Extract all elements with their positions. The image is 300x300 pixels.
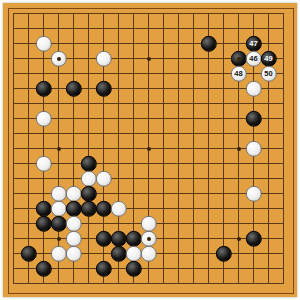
- intersection[interactable]: [171, 171, 186, 186]
- intersection[interactable]: [156, 126, 171, 141]
- intersection[interactable]: [21, 111, 36, 126]
- intersection[interactable]: [186, 51, 201, 66]
- intersection[interactable]: [276, 66, 291, 81]
- white-stone[interactable]: [50, 245, 66, 261]
- intersection[interactable]: [216, 111, 231, 126]
- intersection[interactable]: [276, 231, 291, 246]
- white-stone[interactable]: [95, 50, 111, 66]
- intersection[interactable]: [96, 201, 111, 216]
- intersection[interactable]: [261, 21, 276, 36]
- intersection[interactable]: [276, 141, 291, 156]
- intersection[interactable]: [66, 171, 81, 186]
- intersection[interactable]: [186, 201, 201, 216]
- intersection[interactable]: [141, 171, 156, 186]
- intersection[interactable]: [111, 111, 126, 126]
- intersection[interactable]: [21, 216, 36, 231]
- intersection[interactable]: [276, 81, 291, 96]
- intersection[interactable]: [6, 51, 21, 66]
- intersection[interactable]: [81, 66, 96, 81]
- intersection[interactable]: [261, 261, 276, 276]
- intersection[interactable]: [51, 156, 66, 171]
- intersection[interactable]: [36, 36, 51, 51]
- intersection[interactable]: [216, 156, 231, 171]
- intersection[interactable]: [126, 231, 141, 246]
- intersection[interactable]: [111, 261, 126, 276]
- intersection[interactable]: [51, 36, 66, 51]
- intersection[interactable]: 48: [231, 66, 246, 81]
- white-stone[interactable]: [125, 245, 141, 261]
- intersection[interactable]: [231, 246, 246, 261]
- intersection[interactable]: [201, 126, 216, 141]
- intersection[interactable]: [276, 186, 291, 201]
- intersection[interactable]: [66, 6, 81, 21]
- intersection[interactable]: [21, 186, 36, 201]
- intersection[interactable]: [141, 66, 156, 81]
- intersection[interactable]: [246, 66, 261, 81]
- intersection[interactable]: [81, 126, 96, 141]
- white-stone[interactable]: [65, 185, 81, 201]
- intersection[interactable]: [96, 126, 111, 141]
- intersection[interactable]: [216, 21, 231, 36]
- intersection[interactable]: [51, 81, 66, 96]
- intersection[interactable]: [141, 201, 156, 216]
- intersection[interactable]: [216, 261, 231, 276]
- intersection[interactable]: [126, 111, 141, 126]
- intersection[interactable]: [216, 276, 231, 291]
- black-stone-move-49[interactable]: 49: [260, 50, 276, 66]
- intersection[interactable]: [81, 156, 96, 171]
- intersection[interactable]: [141, 81, 156, 96]
- intersection[interactable]: [66, 216, 81, 231]
- white-stone-move-48[interactable]: 48: [230, 65, 246, 81]
- intersection[interactable]: [96, 66, 111, 81]
- intersection[interactable]: [141, 276, 156, 291]
- intersection[interactable]: [171, 6, 186, 21]
- intersection[interactable]: [51, 246, 66, 261]
- intersection[interactable]: [261, 216, 276, 231]
- intersection[interactable]: [66, 126, 81, 141]
- black-stone[interactable]: [50, 215, 66, 231]
- intersection[interactable]: [201, 186, 216, 201]
- black-stone[interactable]: [35, 260, 51, 276]
- intersection[interactable]: [36, 261, 51, 276]
- intersection[interactable]: [276, 276, 291, 291]
- intersection[interactable]: [171, 186, 186, 201]
- intersection[interactable]: [171, 96, 186, 111]
- intersection[interactable]: [186, 6, 201, 21]
- black-stone[interactable]: [95, 80, 111, 96]
- black-stone[interactable]: [80, 200, 96, 216]
- intersection[interactable]: [201, 21, 216, 36]
- intersection[interactable]: [231, 36, 246, 51]
- intersection[interactable]: [171, 216, 186, 231]
- intersection[interactable]: [276, 6, 291, 21]
- intersection[interactable]: [66, 66, 81, 81]
- intersection[interactable]: [246, 81, 261, 96]
- black-stone[interactable]: [110, 245, 126, 261]
- intersection[interactable]: [246, 231, 261, 246]
- intersection[interactable]: [186, 66, 201, 81]
- intersection[interactable]: [81, 246, 96, 261]
- intersection[interactable]: [231, 156, 246, 171]
- intersection[interactable]: [171, 141, 186, 156]
- white-stone-move-50[interactable]: 50: [260, 65, 276, 81]
- intersection[interactable]: [186, 186, 201, 201]
- white-stone[interactable]: [245, 80, 261, 96]
- intersection[interactable]: [156, 201, 171, 216]
- intersection[interactable]: [246, 126, 261, 141]
- intersection[interactable]: [66, 141, 81, 156]
- black-stone[interactable]: [80, 155, 96, 171]
- intersection[interactable]: [51, 216, 66, 231]
- intersection[interactable]: [36, 96, 51, 111]
- intersection[interactable]: [81, 6, 96, 21]
- intersection[interactable]: [186, 276, 201, 291]
- intersection[interactable]: [231, 111, 246, 126]
- black-stone[interactable]: [35, 80, 51, 96]
- intersection[interactable]: [51, 276, 66, 291]
- white-stone[interactable]: [35, 110, 51, 126]
- white-stone[interactable]: [95, 170, 111, 186]
- intersection[interactable]: [156, 6, 171, 21]
- intersection[interactable]: [126, 66, 141, 81]
- intersection[interactable]: [36, 276, 51, 291]
- intersection[interactable]: [6, 141, 21, 156]
- white-stone-move-46[interactable]: 46: [245, 50, 261, 66]
- intersection[interactable]: [81, 141, 96, 156]
- intersection[interactable]: [96, 36, 111, 51]
- intersection[interactable]: [111, 21, 126, 36]
- intersection[interactable]: [51, 96, 66, 111]
- intersection[interactable]: [156, 156, 171, 171]
- intersection[interactable]: [186, 231, 201, 246]
- intersection[interactable]: [36, 21, 51, 36]
- intersection[interactable]: [276, 96, 291, 111]
- intersection[interactable]: [156, 141, 171, 156]
- intersection[interactable]: [261, 201, 276, 216]
- intersection[interactable]: [66, 51, 81, 66]
- intersection[interactable]: [96, 81, 111, 96]
- intersection[interactable]: [171, 231, 186, 246]
- intersection[interactable]: [231, 171, 246, 186]
- intersection[interactable]: [51, 171, 66, 186]
- intersection[interactable]: [96, 21, 111, 36]
- intersection[interactable]: [126, 81, 141, 96]
- intersection[interactable]: [201, 141, 216, 156]
- intersection[interactable]: [21, 246, 36, 261]
- intersection[interactable]: [126, 261, 141, 276]
- intersection[interactable]: [216, 171, 231, 186]
- intersection[interactable]: [261, 171, 276, 186]
- intersection[interactable]: [261, 36, 276, 51]
- intersection[interactable]: [111, 66, 126, 81]
- intersection[interactable]: [111, 171, 126, 186]
- intersection[interactable]: [21, 201, 36, 216]
- intersection[interactable]: [171, 81, 186, 96]
- intersection[interactable]: [66, 276, 81, 291]
- intersection[interactable]: [96, 246, 111, 261]
- white-stone[interactable]: [50, 200, 66, 216]
- intersection[interactable]: [21, 141, 36, 156]
- intersection[interactable]: [186, 156, 201, 171]
- intersection[interactable]: [201, 171, 216, 186]
- intersection[interactable]: [81, 36, 96, 51]
- intersection[interactable]: [171, 156, 186, 171]
- intersection[interactable]: [96, 171, 111, 186]
- intersection[interactable]: [51, 6, 66, 21]
- intersection[interactable]: [6, 246, 21, 261]
- intersection[interactable]: [66, 36, 81, 51]
- intersection[interactable]: [126, 156, 141, 171]
- intersection[interactable]: [111, 231, 126, 246]
- intersection[interactable]: [6, 36, 21, 51]
- intersection[interactable]: [261, 246, 276, 261]
- white-stone[interactable]: [140, 245, 156, 261]
- intersection[interactable]: [66, 261, 81, 276]
- intersection[interactable]: [201, 216, 216, 231]
- intersection[interactable]: [36, 66, 51, 81]
- intersection[interactable]: [156, 246, 171, 261]
- intersection[interactable]: [21, 231, 36, 246]
- go-board[interactable]: 4746494850: [3, 3, 297, 297]
- intersection[interactable]: [246, 156, 261, 171]
- intersection[interactable]: [111, 6, 126, 21]
- intersection[interactable]: 49: [261, 51, 276, 66]
- intersection[interactable]: [201, 261, 216, 276]
- intersection[interactable]: [201, 201, 216, 216]
- intersection[interactable]: [186, 126, 201, 141]
- intersection[interactable]: [261, 96, 276, 111]
- intersection[interactable]: [126, 126, 141, 141]
- intersection[interactable]: [171, 276, 186, 291]
- intersection[interactable]: [186, 246, 201, 261]
- intersection[interactable]: [261, 231, 276, 246]
- intersection[interactable]: [126, 201, 141, 216]
- intersection[interactable]: [6, 111, 21, 126]
- white-stone[interactable]: [245, 140, 261, 156]
- intersection[interactable]: [66, 246, 81, 261]
- intersection[interactable]: [81, 276, 96, 291]
- intersection[interactable]: [96, 261, 111, 276]
- intersection[interactable]: [81, 111, 96, 126]
- intersection[interactable]: [171, 111, 186, 126]
- white-stone[interactable]: [35, 155, 51, 171]
- intersection[interactable]: [81, 96, 96, 111]
- intersection[interactable]: [81, 261, 96, 276]
- intersection[interactable]: [276, 36, 291, 51]
- intersection[interactable]: [126, 96, 141, 111]
- intersection[interactable]: [231, 201, 246, 216]
- white-stone[interactable]: [65, 245, 81, 261]
- intersection[interactable]: [201, 96, 216, 111]
- intersection[interactable]: [66, 201, 81, 216]
- white-stone[interactable]: [140, 215, 156, 231]
- intersection[interactable]: [36, 81, 51, 96]
- intersection[interactable]: [96, 96, 111, 111]
- white-stone[interactable]: [35, 35, 51, 51]
- intersection[interactable]: [156, 66, 171, 81]
- intersection[interactable]: [36, 231, 51, 246]
- intersection[interactable]: [276, 156, 291, 171]
- intersection[interactable]: [156, 261, 171, 276]
- intersection[interactable]: [6, 81, 21, 96]
- intersection[interactable]: [231, 276, 246, 291]
- intersection[interactable]: [141, 246, 156, 261]
- intersection[interactable]: [126, 246, 141, 261]
- intersection[interactable]: [216, 216, 231, 231]
- intersection[interactable]: [246, 111, 261, 126]
- white-stone[interactable]: [65, 215, 81, 231]
- intersection[interactable]: [111, 126, 126, 141]
- intersection[interactable]: [186, 21, 201, 36]
- intersection[interactable]: [186, 36, 201, 51]
- intersection[interactable]: [156, 21, 171, 36]
- intersection[interactable]: [186, 111, 201, 126]
- intersection[interactable]: [36, 171, 51, 186]
- black-stone[interactable]: [125, 230, 141, 246]
- intersection[interactable]: [21, 36, 36, 51]
- intersection[interactable]: [96, 156, 111, 171]
- white-stone[interactable]: [50, 185, 66, 201]
- intersection[interactable]: [276, 261, 291, 276]
- intersection[interactable]: [6, 276, 21, 291]
- intersection[interactable]: [141, 21, 156, 36]
- intersection[interactable]: [21, 51, 36, 66]
- intersection[interactable]: [141, 261, 156, 276]
- intersection[interactable]: [51, 66, 66, 81]
- black-stone[interactable]: [215, 245, 231, 261]
- intersection[interactable]: [156, 36, 171, 51]
- black-stone-move-47[interactable]: 47: [245, 35, 261, 51]
- intersection[interactable]: [6, 126, 21, 141]
- intersection[interactable]: [96, 6, 111, 21]
- black-stone[interactable]: [245, 110, 261, 126]
- intersection[interactable]: [21, 66, 36, 81]
- intersection[interactable]: [186, 96, 201, 111]
- intersection[interactable]: [156, 231, 171, 246]
- intersection[interactable]: [246, 21, 261, 36]
- intersection[interactable]: [6, 186, 21, 201]
- intersection[interactable]: [81, 231, 96, 246]
- intersection[interactable]: [21, 171, 36, 186]
- intersection[interactable]: [36, 156, 51, 171]
- black-stone[interactable]: [20, 245, 36, 261]
- intersection[interactable]: [111, 186, 126, 201]
- intersection[interactable]: [141, 6, 156, 21]
- intersection[interactable]: [276, 216, 291, 231]
- intersection[interactable]: [171, 201, 186, 216]
- intersection[interactable]: [156, 81, 171, 96]
- intersection[interactable]: [81, 81, 96, 96]
- intersection[interactable]: [21, 6, 36, 21]
- intersection[interactable]: [201, 6, 216, 21]
- intersection[interactable]: [246, 171, 261, 186]
- intersection[interactable]: [66, 231, 81, 246]
- intersection[interactable]: [96, 231, 111, 246]
- intersection[interactable]: [201, 246, 216, 261]
- intersection[interactable]: [246, 186, 261, 201]
- white-stone[interactable]: [65, 230, 81, 246]
- intersection[interactable]: [96, 51, 111, 66]
- intersection[interactable]: [201, 276, 216, 291]
- intersection[interactable]: [156, 276, 171, 291]
- intersection[interactable]: 46: [246, 51, 261, 66]
- black-stone[interactable]: [95, 230, 111, 246]
- black-stone[interactable]: [200, 35, 216, 51]
- intersection[interactable]: [156, 111, 171, 126]
- intersection[interactable]: [276, 111, 291, 126]
- intersection[interactable]: [96, 111, 111, 126]
- intersection[interactable]: [231, 21, 246, 36]
- intersection[interactable]: [81, 186, 96, 201]
- intersection[interactable]: [111, 51, 126, 66]
- intersection[interactable]: [36, 141, 51, 156]
- intersection[interactable]: [216, 36, 231, 51]
- intersection[interactable]: [126, 21, 141, 36]
- intersection[interactable]: [36, 126, 51, 141]
- intersection[interactable]: [6, 156, 21, 171]
- intersection[interactable]: [126, 51, 141, 66]
- intersection[interactable]: [126, 186, 141, 201]
- intersection[interactable]: [156, 171, 171, 186]
- intersection[interactable]: [6, 21, 21, 36]
- intersection[interactable]: [171, 126, 186, 141]
- intersection[interactable]: [51, 126, 66, 141]
- black-stone[interactable]: [65, 200, 81, 216]
- intersection[interactable]: [216, 246, 231, 261]
- intersection[interactable]: [201, 66, 216, 81]
- intersection[interactable]: [111, 156, 126, 171]
- intersection[interactable]: [141, 111, 156, 126]
- intersection[interactable]: [51, 111, 66, 126]
- intersection[interactable]: [21, 81, 36, 96]
- intersection[interactable]: [126, 276, 141, 291]
- intersection[interactable]: [246, 96, 261, 111]
- intersection[interactable]: [156, 186, 171, 201]
- intersection[interactable]: [201, 36, 216, 51]
- black-stone[interactable]: [95, 200, 111, 216]
- white-stone[interactable]: [110, 200, 126, 216]
- intersection[interactable]: [81, 51, 96, 66]
- intersection[interactable]: [261, 156, 276, 171]
- intersection[interactable]: [81, 216, 96, 231]
- intersection[interactable]: [261, 276, 276, 291]
- intersection[interactable]: [261, 6, 276, 21]
- intersection[interactable]: [96, 276, 111, 291]
- intersection[interactable]: [246, 201, 261, 216]
- intersection[interactable]: [21, 156, 36, 171]
- black-stone[interactable]: [110, 230, 126, 246]
- intersection[interactable]: [246, 141, 261, 156]
- intersection[interactable]: [36, 51, 51, 66]
- intersection[interactable]: [261, 186, 276, 201]
- intersection[interactable]: [246, 216, 261, 231]
- black-stone[interactable]: [245, 230, 261, 246]
- intersection[interactable]: [6, 201, 21, 216]
- intersection[interactable]: [51, 186, 66, 201]
- intersection[interactable]: [126, 6, 141, 21]
- intersection[interactable]: [261, 141, 276, 156]
- intersection[interactable]: [261, 81, 276, 96]
- intersection[interactable]: [111, 216, 126, 231]
- intersection[interactable]: [36, 246, 51, 261]
- intersection[interactable]: [156, 96, 171, 111]
- intersection[interactable]: [276, 126, 291, 141]
- intersection[interactable]: [6, 66, 21, 81]
- intersection[interactable]: [96, 186, 111, 201]
- intersection[interactable]: [216, 6, 231, 21]
- intersection[interactable]: [171, 51, 186, 66]
